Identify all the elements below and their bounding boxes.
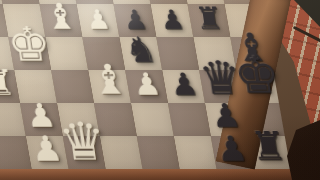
piece-white-king-e2: ♚ (5, 25, 53, 65)
piece-black-pawn-d6: ♟ (159, 9, 186, 32)
piece-black-pawn-g7: ♟ (210, 103, 243, 131)
pieces-layer: ♜♚♝♛♟♝♟♟♟♟♟♜♞♝♟♛♚♟♟♜ (0, 0, 320, 180)
piece-white-pawn-f5: ♟ (131, 72, 162, 98)
piece-white-pawn-d4: ♟ (85, 9, 112, 32)
piece-black-pawn-h7: ♟ (214, 135, 249, 164)
piece-black-pawn-f6: ♟ (168, 72, 199, 98)
chess-photo-scene: ♜♚♝♛♟♝♟♟♟♟♟♜♞♝♟♛♚♟♟♜ (0, 0, 320, 180)
piece-black-rook-d7: ♜ (194, 6, 225, 32)
piece-white-pawn-h2: ♟ (29, 135, 64, 164)
piece-black-knight-e5: ♞ (123, 35, 159, 65)
piece-black-rook-h8: ♜ (248, 130, 288, 164)
piece-white-pawn-g2: ♟ (25, 103, 58, 131)
piece-white-rook-f1: ♜ (0, 68, 16, 98)
piece-white-bishop-f4: ♝ (88, 63, 130, 98)
piece-black-king-f8: ♚ (231, 55, 282, 98)
piece-white-bishop-d3: ♝ (43, 2, 79, 32)
piece-white-queen-h3: ♛ (57, 120, 110, 164)
